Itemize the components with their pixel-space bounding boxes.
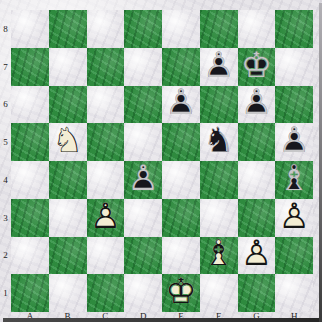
piece-outline-glyph: ♙: [127, 161, 158, 196]
piece-outline-glyph: ♙: [241, 86, 272, 121]
black-pawn-f7[interactable]: ♟♙: [200, 48, 238, 86]
piece-outline-glyph: ♗: [203, 237, 234, 272]
square-f3[interactable]: [200, 199, 238, 237]
square-e5[interactable]: [162, 123, 200, 161]
square-d3[interactable]: [124, 199, 162, 237]
white-knight-b5[interactable]: ♞♘: [49, 123, 87, 161]
rank-label-1: 1: [0, 274, 11, 312]
square-c7[interactable]: [87, 48, 125, 86]
chess-diagram: ♟♙♚♔♟♙♟♙♞♘♞♘♟♙♟♙♝♗♟♙♟♙♝♗♟♙♚♔ 87654321 AB…: [0, 0, 322, 322]
square-g6[interactable]: ♟♙: [238, 86, 276, 124]
square-f5[interactable]: ♞♘: [200, 123, 238, 161]
square-b6[interactable]: [49, 86, 87, 124]
piece-outline-glyph: ♘: [203, 124, 234, 159]
square-b3[interactable]: [49, 199, 87, 237]
white-pawn-g2[interactable]: ♟♙: [238, 237, 276, 275]
piece-fill-glyph: ♟: [127, 161, 158, 196]
square-e4[interactable]: [162, 161, 200, 199]
piece-outline-glyph: ♙: [203, 48, 234, 83]
rank-label-3: 3: [0, 199, 11, 237]
square-h8[interactable]: [275, 10, 313, 48]
square-d5[interactable]: [124, 123, 162, 161]
square-e1[interactable]: ♚♔: [162, 274, 200, 312]
square-e7[interactable]: [162, 48, 200, 86]
square-c8[interactable]: [87, 10, 125, 48]
square-f7[interactable]: ♟♙: [200, 48, 238, 86]
square-a1[interactable]: [11, 274, 49, 312]
piece-outline-glyph: ♗: [278, 161, 309, 196]
black-knight-f5[interactable]: ♞♘: [200, 123, 238, 161]
square-e3[interactable]: [162, 199, 200, 237]
square-e2[interactable]: [162, 237, 200, 275]
piece-outline-glyph: ♙: [278, 124, 309, 159]
piece-outline-glyph: ♙: [165, 86, 196, 121]
square-h3[interactable]: ♟♙: [275, 199, 313, 237]
rank-label-6: 6: [0, 86, 11, 124]
white-king-e1[interactable]: ♚♔: [162, 274, 200, 312]
black-pawn-e6[interactable]: ♟♙: [162, 86, 200, 124]
square-c2[interactable]: [87, 237, 125, 275]
piece-fill-glyph: ♟: [90, 199, 121, 234]
black-bishop-h4[interactable]: ♝♗: [275, 161, 313, 199]
square-g4[interactable]: [238, 161, 276, 199]
rank-label-4: 4: [0, 161, 11, 199]
square-d2[interactable]: [124, 237, 162, 275]
square-h7[interactable]: [275, 48, 313, 86]
piece-outline-glyph: ♙: [241, 237, 272, 272]
black-pawn-h5[interactable]: ♟♙: [275, 123, 313, 161]
piece-fill-glyph: ♟: [241, 86, 272, 121]
square-h2[interactable]: [275, 237, 313, 275]
square-b1[interactable]: [49, 274, 87, 312]
square-g1[interactable]: [238, 274, 276, 312]
piece-fill-glyph: ♞: [203, 124, 234, 159]
square-f1[interactable]: [200, 274, 238, 312]
piece-outline-glyph: ♙: [278, 199, 309, 234]
piece-outline-glyph: ♘: [52, 124, 83, 159]
square-c1[interactable]: [87, 274, 125, 312]
square-b8[interactable]: [49, 10, 87, 48]
square-g2[interactable]: ♟♙: [238, 237, 276, 275]
square-h6[interactable]: [275, 86, 313, 124]
piece-fill-glyph: ♚: [241, 48, 272, 83]
piece-fill-glyph: ♞: [52, 124, 83, 159]
square-a7[interactable]: [11, 48, 49, 86]
piece-fill-glyph: ♟: [165, 86, 196, 121]
square-a4[interactable]: [11, 161, 49, 199]
square-a2[interactable]: [11, 237, 49, 275]
square-e6[interactable]: ♟♙: [162, 86, 200, 124]
chess-board: ♟♙♚♔♟♙♟♙♞♘♞♘♟♙♟♙♝♗♟♙♟♙♝♗♟♙♚♔: [11, 10, 313, 312]
piece-fill-glyph: ♟: [203, 48, 234, 83]
piece-fill-glyph: ♝: [278, 161, 309, 196]
square-g7[interactable]: ♚♔: [238, 48, 276, 86]
piece-fill-glyph: ♟: [278, 199, 309, 234]
square-f2[interactable]: ♝♗: [200, 237, 238, 275]
square-d1[interactable]: [124, 274, 162, 312]
square-f8[interactable]: [200, 10, 238, 48]
rank-label-5: 5: [0, 123, 11, 161]
square-c3[interactable]: ♟♙: [87, 199, 125, 237]
square-a6[interactable]: [11, 86, 49, 124]
piece-outline-glyph: ♙: [90, 199, 121, 234]
piece-fill-glyph: ♝: [203, 237, 234, 272]
square-a5[interactable]: [11, 123, 49, 161]
rank-label-8: 8: [0, 10, 11, 48]
square-f6[interactable]: [200, 86, 238, 124]
square-c6[interactable]: [87, 86, 125, 124]
piece-fill-glyph: ♟: [241, 237, 272, 272]
white-bishop-f2[interactable]: ♝♗: [200, 237, 238, 275]
black-pawn-g6[interactable]: ♟♙: [238, 86, 276, 124]
white-pawn-h3[interactable]: ♟♙: [275, 199, 313, 237]
piece-fill-glyph: ♚: [165, 275, 196, 310]
white-pawn-c3[interactable]: ♟♙: [87, 199, 125, 237]
square-a8[interactable]: [11, 10, 49, 48]
square-e8[interactable]: [162, 10, 200, 48]
square-d8[interactable]: [124, 10, 162, 48]
rank-label-2: 2: [0, 237, 11, 275]
square-h5[interactable]: ♟♙: [275, 123, 313, 161]
square-b4[interactable]: [49, 161, 87, 199]
square-g5[interactable]: [238, 123, 276, 161]
square-b5[interactable]: ♞♘: [49, 123, 87, 161]
piece-outline-glyph: ♔: [165, 275, 196, 310]
square-c5[interactable]: [87, 123, 125, 161]
square-a3[interactable]: [11, 199, 49, 237]
black-pawn-d4[interactable]: ♟♙: [124, 161, 162, 199]
square-g3[interactable]: [238, 199, 276, 237]
square-h4[interactable]: ♝♗: [275, 161, 313, 199]
square-b7[interactable]: [49, 48, 87, 86]
square-d6[interactable]: [124, 86, 162, 124]
square-g8[interactable]: [238, 10, 276, 48]
square-d7[interactable]: [124, 48, 162, 86]
black-king-g7[interactable]: ♚♔: [238, 48, 276, 86]
square-b2[interactable]: [49, 237, 87, 275]
piece-fill-glyph: ♟: [278, 124, 309, 159]
board-shadow-bottom: [3, 318, 322, 322]
square-d4[interactable]: ♟♙: [124, 161, 162, 199]
square-f4[interactable]: [200, 161, 238, 199]
rank-label-7: 7: [0, 48, 11, 86]
square-c4[interactable]: [87, 161, 125, 199]
square-h1[interactable]: [275, 274, 313, 312]
piece-outline-glyph: ♔: [241, 48, 272, 83]
